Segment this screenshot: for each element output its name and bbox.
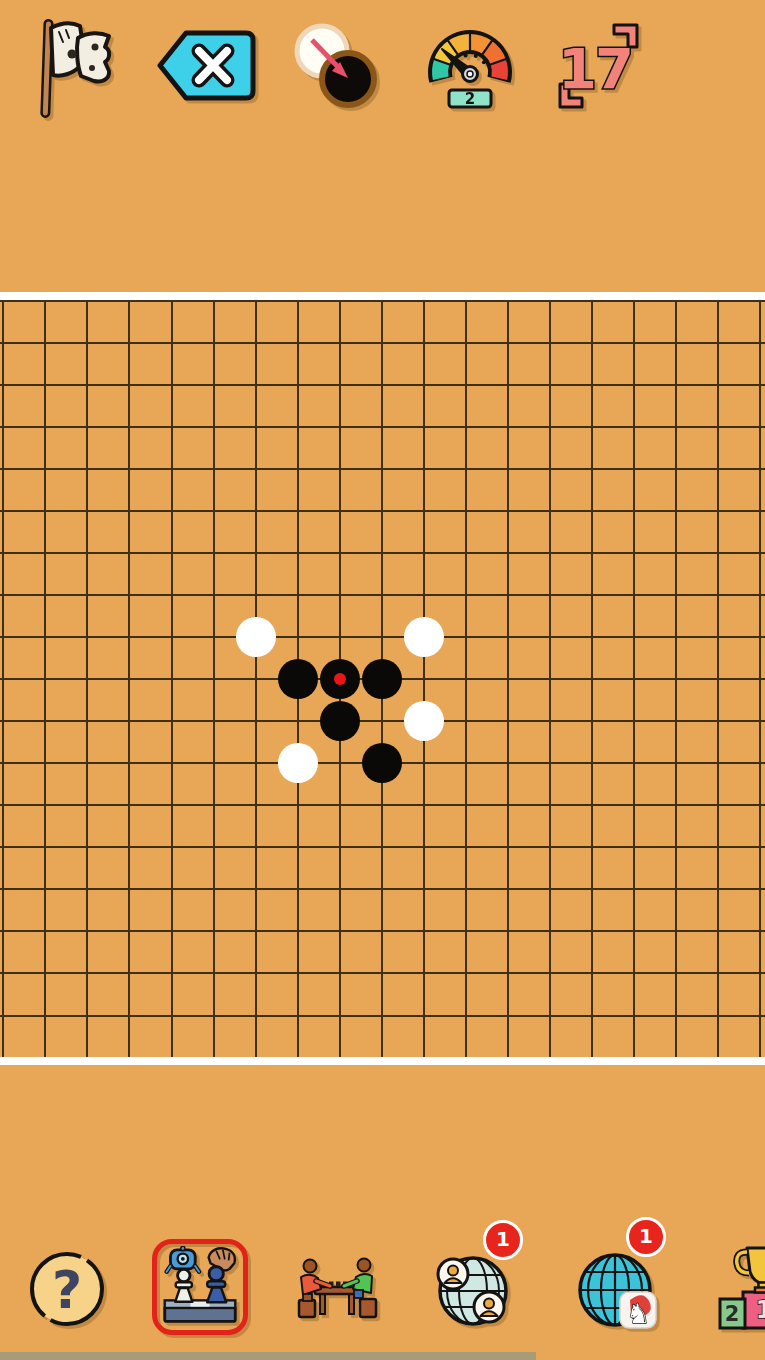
board-cell[interactable] xyxy=(66,868,108,910)
board-cell[interactable] xyxy=(66,826,108,868)
board-cell[interactable] xyxy=(151,868,193,910)
board-cell[interactable] xyxy=(655,995,697,1037)
board-cell[interactable] xyxy=(655,826,697,868)
board-cell[interactable] xyxy=(403,574,445,616)
board-cell[interactable] xyxy=(151,448,193,490)
board-cell[interactable] xyxy=(151,952,193,994)
board-cell[interactable] xyxy=(739,1037,765,1057)
board-cell[interactable] xyxy=(108,448,150,490)
board-cell[interactable] xyxy=(487,658,529,700)
board-cell[interactable] xyxy=(151,322,193,364)
board-cell[interactable] xyxy=(277,322,319,364)
board-cell[interactable] xyxy=(529,868,571,910)
board-cell[interactable] xyxy=(193,826,235,868)
board-cell[interactable] xyxy=(529,995,571,1037)
board-cell[interactable] xyxy=(571,490,613,532)
board-cell[interactable] xyxy=(739,658,765,700)
board-cell[interactable] xyxy=(235,364,277,406)
board-cell[interactable] xyxy=(24,1037,66,1057)
board-cell[interactable] xyxy=(655,700,697,742)
board-cell[interactable] xyxy=(235,826,277,868)
board-cell[interactable] xyxy=(193,490,235,532)
board-cell[interactable] xyxy=(613,952,655,994)
board-cell[interactable] xyxy=(193,952,235,994)
board-cell[interactable] xyxy=(739,826,765,868)
board-cell[interactable] xyxy=(24,364,66,406)
board-cell[interactable] xyxy=(0,910,24,952)
board-cell[interactable] xyxy=(613,995,655,1037)
board-cell[interactable] xyxy=(403,826,445,868)
board-cell[interactable] xyxy=(403,322,445,364)
board-cell[interactable] xyxy=(361,658,403,700)
board-cell[interactable] xyxy=(277,616,319,658)
board-cell[interactable] xyxy=(487,532,529,574)
board-cell[interactable] xyxy=(739,364,765,406)
board-cell[interactable] xyxy=(0,490,24,532)
board-cell[interactable] xyxy=(613,322,655,364)
board-cell[interactable] xyxy=(613,868,655,910)
board-cell[interactable] xyxy=(193,910,235,952)
board-cell[interactable] xyxy=(319,700,361,742)
board-cell[interactable] xyxy=(0,995,24,1037)
board-cell[interactable] xyxy=(277,826,319,868)
board-cell[interactable] xyxy=(277,658,319,700)
board-cell[interactable] xyxy=(66,952,108,994)
board-cell[interactable] xyxy=(151,300,193,322)
board-cell[interactable] xyxy=(445,658,487,700)
board-cell[interactable] xyxy=(487,910,529,952)
board-cell[interactable] xyxy=(0,868,24,910)
board-cell[interactable] xyxy=(151,364,193,406)
board-cell[interactable] xyxy=(235,868,277,910)
board-cell[interactable] xyxy=(571,1037,613,1057)
board-cell[interactable] xyxy=(108,826,150,868)
board-cell[interactable] xyxy=(697,952,739,994)
board-cell[interactable] xyxy=(24,995,66,1037)
board-cell[interactable] xyxy=(24,532,66,574)
board-cell[interactable] xyxy=(66,300,108,322)
board-cell[interactable] xyxy=(739,448,765,490)
board-cell[interactable] xyxy=(193,532,235,574)
board-cell[interactable] xyxy=(235,300,277,322)
board-cell[interactable] xyxy=(739,616,765,658)
board-cell[interactable] xyxy=(613,300,655,322)
board-cell[interactable] xyxy=(108,784,150,826)
board-cell[interactable] xyxy=(403,658,445,700)
board-cell[interactable] xyxy=(445,448,487,490)
board-cell[interactable] xyxy=(193,995,235,1037)
board-cell[interactable] xyxy=(655,742,697,784)
board-cell[interactable] xyxy=(66,995,108,1037)
board-cell[interactable] xyxy=(361,1037,403,1057)
board-cell[interactable] xyxy=(277,300,319,322)
board-cell[interactable] xyxy=(235,490,277,532)
board-cell[interactable] xyxy=(193,868,235,910)
board-cell[interactable] xyxy=(193,406,235,448)
board-cell[interactable] xyxy=(235,1037,277,1057)
resign-button[interactable] xyxy=(22,16,117,118)
board-cell[interactable] xyxy=(487,490,529,532)
board-cell[interactable] xyxy=(445,616,487,658)
board-cell[interactable] xyxy=(571,700,613,742)
board-cell[interactable] xyxy=(529,490,571,532)
board-cell[interactable] xyxy=(361,406,403,448)
board-cell[interactable] xyxy=(151,742,193,784)
board-cell[interactable] xyxy=(319,995,361,1037)
board-cell[interactable] xyxy=(697,574,739,616)
board-cell[interactable] xyxy=(24,700,66,742)
board-cell[interactable] xyxy=(277,742,319,784)
board-cell[interactable] xyxy=(697,995,739,1037)
board-cell[interactable] xyxy=(24,406,66,448)
board-cell[interactable] xyxy=(361,300,403,322)
board-cell[interactable] xyxy=(655,406,697,448)
board-cell[interactable] xyxy=(697,826,739,868)
board-cell[interactable] xyxy=(277,868,319,910)
board-cell[interactable] xyxy=(487,364,529,406)
board-cell[interactable] xyxy=(277,952,319,994)
board-cell[interactable] xyxy=(0,826,24,868)
board-cell[interactable] xyxy=(445,300,487,322)
board-cell[interactable] xyxy=(0,658,24,700)
board-cell[interactable] xyxy=(403,300,445,322)
difficulty-button[interactable]: 2 xyxy=(420,22,520,114)
board-cell[interactable] xyxy=(571,868,613,910)
board-cell[interactable] xyxy=(613,742,655,784)
board-cell[interactable] xyxy=(655,490,697,532)
board-cell[interactable] xyxy=(151,406,193,448)
board-cell[interactable] xyxy=(697,700,739,742)
board-cell[interactable] xyxy=(319,532,361,574)
board-cell[interactable] xyxy=(66,322,108,364)
board-cell[interactable] xyxy=(277,574,319,616)
board-cell[interactable] xyxy=(403,532,445,574)
board-cell[interactable] xyxy=(277,490,319,532)
board-cell[interactable] xyxy=(0,448,24,490)
board-cell[interactable] xyxy=(66,784,108,826)
board-cell[interactable] xyxy=(445,364,487,406)
board-cell[interactable] xyxy=(571,952,613,994)
board-cell[interactable] xyxy=(0,616,24,658)
board-cell[interactable] xyxy=(697,300,739,322)
board-cell[interactable] xyxy=(739,868,765,910)
board-cell[interactable] xyxy=(739,742,765,784)
board-cell[interactable] xyxy=(193,322,235,364)
board-cell[interactable] xyxy=(277,784,319,826)
board-cell[interactable] xyxy=(235,784,277,826)
board-cell[interactable] xyxy=(529,300,571,322)
board-cell[interactable] xyxy=(151,910,193,952)
board-cell[interactable] xyxy=(24,784,66,826)
board-cell[interactable] xyxy=(487,952,529,994)
board-cell[interactable] xyxy=(487,784,529,826)
board-cell[interactable] xyxy=(108,490,150,532)
board-cell[interactable] xyxy=(235,952,277,994)
board-cell[interactable] xyxy=(739,784,765,826)
board-cell[interactable] xyxy=(235,910,277,952)
board-cell[interactable] xyxy=(529,826,571,868)
board-cell[interactable] xyxy=(24,490,66,532)
board-cell[interactable] xyxy=(403,742,445,784)
gomoku-board[interactable] xyxy=(0,300,765,1057)
board-cell[interactable] xyxy=(613,364,655,406)
board-cell[interactable] xyxy=(151,616,193,658)
board-cell[interactable] xyxy=(361,616,403,658)
board-cell[interactable] xyxy=(445,995,487,1037)
local-two-player-button[interactable] xyxy=(291,1253,383,1325)
board-cell[interactable] xyxy=(108,910,150,952)
board-cell[interactable] xyxy=(739,300,765,322)
board-cell[interactable] xyxy=(193,784,235,826)
board-cell[interactable] xyxy=(0,364,24,406)
board-cell[interactable] xyxy=(24,952,66,994)
board-cell[interactable] xyxy=(235,700,277,742)
board-cell[interactable] xyxy=(24,448,66,490)
board-cell[interactable] xyxy=(0,1037,24,1057)
board-cell[interactable] xyxy=(361,995,403,1037)
board-cell[interactable] xyxy=(0,784,24,826)
board-cell[interactable] xyxy=(193,700,235,742)
board-cell[interactable] xyxy=(0,700,24,742)
board-cell[interactable] xyxy=(277,406,319,448)
board-cell[interactable] xyxy=(361,364,403,406)
board-cell[interactable] xyxy=(655,1037,697,1057)
board-cell[interactable] xyxy=(613,910,655,952)
board-cell[interactable] xyxy=(697,784,739,826)
board-cell[interactable] xyxy=(235,616,277,658)
board-cell[interactable] xyxy=(0,322,24,364)
board-cell[interactable] xyxy=(361,742,403,784)
board-cell[interactable] xyxy=(571,826,613,868)
leaderboard-button[interactable]: 2 1 xyxy=(706,1242,765,1340)
board-cell[interactable] xyxy=(235,658,277,700)
board-cell[interactable] xyxy=(571,995,613,1037)
board-cell[interactable] xyxy=(613,574,655,616)
board-cell[interactable] xyxy=(697,910,739,952)
board-cell[interactable] xyxy=(487,700,529,742)
board-cell[interactable] xyxy=(739,574,765,616)
board-cell[interactable] xyxy=(445,910,487,952)
board-cell[interactable] xyxy=(108,952,150,994)
board-cell[interactable] xyxy=(445,826,487,868)
board-cell[interactable] xyxy=(108,868,150,910)
board-cell[interactable] xyxy=(319,616,361,658)
board-cell[interactable] xyxy=(655,300,697,322)
board-cell[interactable] xyxy=(361,910,403,952)
board-cell[interactable] xyxy=(193,300,235,322)
board-cell[interactable] xyxy=(613,826,655,868)
board-cell[interactable] xyxy=(319,300,361,322)
board-cell[interactable] xyxy=(24,910,66,952)
board-cell[interactable] xyxy=(193,742,235,784)
board-cell[interactable] xyxy=(24,826,66,868)
board-cell[interactable] xyxy=(487,1037,529,1057)
board-cell[interactable] xyxy=(571,406,613,448)
board-cell[interactable] xyxy=(66,658,108,700)
board-cell[interactable] xyxy=(235,532,277,574)
board-cell[interactable] xyxy=(697,322,739,364)
board-cell[interactable] xyxy=(403,364,445,406)
board-cell[interactable] xyxy=(529,322,571,364)
board-cell[interactable] xyxy=(277,448,319,490)
board-cell[interactable] xyxy=(0,952,24,994)
board-cell[interactable] xyxy=(655,784,697,826)
board-cell[interactable] xyxy=(655,910,697,952)
board-cell[interactable] xyxy=(319,784,361,826)
board-cell[interactable] xyxy=(697,532,739,574)
board-cell[interactable] xyxy=(319,574,361,616)
board-cell[interactable] xyxy=(487,574,529,616)
board-cell[interactable] xyxy=(66,406,108,448)
board-cell[interactable] xyxy=(108,616,150,658)
board-cell[interactable] xyxy=(151,532,193,574)
board-cell[interactable] xyxy=(529,700,571,742)
board-cell[interactable] xyxy=(0,406,24,448)
board-cell[interactable] xyxy=(277,532,319,574)
board-cell[interactable] xyxy=(403,448,445,490)
board-cell[interactable] xyxy=(529,364,571,406)
board-cell[interactable] xyxy=(403,995,445,1037)
undo-button[interactable] xyxy=(153,28,259,104)
board-cell[interactable] xyxy=(108,322,150,364)
board-cell[interactable] xyxy=(361,448,403,490)
board-cell[interactable] xyxy=(655,322,697,364)
board-cell[interactable] xyxy=(445,784,487,826)
board-cell[interactable] xyxy=(571,784,613,826)
board-cell[interactable] xyxy=(571,658,613,700)
board-cell[interactable] xyxy=(277,995,319,1037)
board-cell[interactable] xyxy=(613,406,655,448)
board-cell[interactable] xyxy=(697,868,739,910)
board-cell[interactable] xyxy=(108,364,150,406)
board-cell[interactable] xyxy=(571,300,613,322)
board-cell[interactable] xyxy=(151,784,193,826)
board-cell[interactable] xyxy=(529,532,571,574)
board-cell[interactable] xyxy=(697,448,739,490)
board-cell[interactable] xyxy=(739,952,765,994)
board-cell[interactable] xyxy=(24,322,66,364)
board-cell[interactable] xyxy=(235,322,277,364)
board-cell[interactable] xyxy=(739,490,765,532)
board-cell[interactable] xyxy=(319,910,361,952)
board-cell[interactable] xyxy=(151,826,193,868)
board-cell[interactable] xyxy=(487,616,529,658)
board-cell[interactable] xyxy=(361,700,403,742)
board-cell[interactable] xyxy=(235,742,277,784)
board-cell[interactable] xyxy=(403,952,445,994)
board-cell[interactable] xyxy=(571,322,613,364)
board-cell[interactable] xyxy=(0,574,24,616)
board-cell[interactable] xyxy=(66,910,108,952)
board-cell[interactable] xyxy=(24,742,66,784)
board-cell[interactable] xyxy=(319,826,361,868)
board-cell[interactable] xyxy=(319,406,361,448)
board-cell[interactable] xyxy=(66,574,108,616)
board-cell[interactable] xyxy=(697,364,739,406)
board-cell[interactable] xyxy=(655,658,697,700)
board-cell[interactable] xyxy=(361,826,403,868)
board-cell[interactable] xyxy=(529,784,571,826)
board-cell[interactable] xyxy=(108,532,150,574)
board-cell[interactable] xyxy=(66,532,108,574)
board-cell[interactable] xyxy=(697,406,739,448)
board-cell[interactable] xyxy=(277,1037,319,1057)
board-cell[interactable] xyxy=(571,742,613,784)
board-cell[interactable] xyxy=(193,448,235,490)
board-cell[interactable] xyxy=(445,574,487,616)
board-cell[interactable] xyxy=(655,448,697,490)
board-cell[interactable] xyxy=(613,784,655,826)
board-cell[interactable] xyxy=(571,448,613,490)
board-cell[interactable] xyxy=(571,910,613,952)
board-cell[interactable] xyxy=(613,490,655,532)
board-cell[interactable] xyxy=(235,406,277,448)
board-cell[interactable] xyxy=(445,406,487,448)
board-cell[interactable] xyxy=(319,490,361,532)
board-cell[interactable] xyxy=(655,532,697,574)
board-cell[interactable] xyxy=(613,658,655,700)
board-cell[interactable] xyxy=(0,532,24,574)
board-cell[interactable] xyxy=(487,322,529,364)
board-cell[interactable] xyxy=(319,952,361,994)
board-cell[interactable] xyxy=(487,300,529,322)
board-cell[interactable] xyxy=(613,616,655,658)
board-cell[interactable] xyxy=(151,658,193,700)
board-cell[interactable] xyxy=(403,490,445,532)
board-cell[interactable] xyxy=(193,658,235,700)
board-cell[interactable] xyxy=(529,448,571,490)
board-cell[interactable] xyxy=(24,658,66,700)
board-cell[interactable] xyxy=(24,574,66,616)
board-cell[interactable] xyxy=(0,742,24,784)
board-cell[interactable] xyxy=(487,826,529,868)
board-cell[interactable] xyxy=(739,910,765,952)
board-cell[interactable] xyxy=(403,616,445,658)
board-cell[interactable] xyxy=(487,448,529,490)
board-cell[interactable] xyxy=(361,868,403,910)
board-cell[interactable] xyxy=(235,448,277,490)
board-cell[interactable] xyxy=(445,490,487,532)
vs-computer-button-selected[interactable] xyxy=(152,1239,248,1335)
board-cell[interactable] xyxy=(151,490,193,532)
board-cell[interactable] xyxy=(529,1037,571,1057)
board-cell[interactable] xyxy=(655,574,697,616)
board-cell[interactable] xyxy=(361,322,403,364)
board-cell[interactable] xyxy=(613,700,655,742)
board-cell[interactable] xyxy=(739,995,765,1037)
board-cell[interactable] xyxy=(529,406,571,448)
board-cell[interactable] xyxy=(0,300,24,322)
board-cell[interactable] xyxy=(235,574,277,616)
board-cell[interactable] xyxy=(613,532,655,574)
board-cell[interactable] xyxy=(655,952,697,994)
board-cell[interactable] xyxy=(277,910,319,952)
board-cell[interactable] xyxy=(403,910,445,952)
board-cell[interactable] xyxy=(445,868,487,910)
board-cell[interactable] xyxy=(445,1037,487,1057)
board-cell[interactable] xyxy=(277,700,319,742)
board-cell[interactable] xyxy=(655,364,697,406)
board-cell[interactable] xyxy=(24,300,66,322)
board-cell[interactable] xyxy=(529,952,571,994)
board-cell[interactable] xyxy=(487,868,529,910)
board-cell[interactable] xyxy=(739,700,765,742)
board-cell[interactable] xyxy=(445,532,487,574)
board-cell[interactable] xyxy=(571,574,613,616)
board-cell[interactable] xyxy=(66,1037,108,1057)
board-cell[interactable] xyxy=(108,406,150,448)
board-cell[interactable] xyxy=(403,784,445,826)
